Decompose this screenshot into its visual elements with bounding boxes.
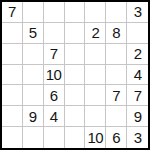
cell-r6c4[interactable] xyxy=(65,106,86,127)
clue-number: 4 xyxy=(50,109,58,124)
cell-r7c2[interactable] xyxy=(23,127,44,148)
cell-r1c3[interactable] xyxy=(44,2,65,23)
cell-r5c1[interactable] xyxy=(2,85,23,106)
cell-r3c1[interactable] xyxy=(2,44,23,65)
cell-r1c6[interactable] xyxy=(106,2,127,23)
cell-r5c2[interactable] xyxy=(23,85,44,106)
cell-r7c4[interactable] xyxy=(65,127,86,148)
cell-r7c7: 3 xyxy=(127,127,148,148)
cell-r4c2[interactable] xyxy=(23,65,44,86)
cell-r6c2: 9 xyxy=(23,106,44,127)
cell-r7c5: 10 xyxy=(85,127,106,148)
cell-r1c2[interactable] xyxy=(23,2,44,23)
cell-r3c6[interactable] xyxy=(106,44,127,65)
cell-r1c7: 3 xyxy=(127,2,148,23)
cell-r2c4[interactable] xyxy=(65,23,86,44)
cell-r2c6: 8 xyxy=(106,23,127,44)
cell-r2c1[interactable] xyxy=(2,23,23,44)
cell-r7c6: 6 xyxy=(106,127,127,148)
clue-number: 10 xyxy=(88,130,104,145)
clue-number: 7 xyxy=(50,46,58,61)
clue-number: 7 xyxy=(112,88,120,103)
cell-r3c2[interactable] xyxy=(23,44,44,65)
cell-r1c4[interactable] xyxy=(65,2,86,23)
cell-r6c7: 9 xyxy=(127,106,148,127)
puzzle-board: 73528721046779491063 xyxy=(0,0,150,150)
cell-r3c3: 7 xyxy=(44,44,65,65)
cell-r4c3: 10 xyxy=(44,65,65,86)
clue-number: 2 xyxy=(134,46,142,61)
clue-number: 7 xyxy=(134,88,142,103)
cell-r5c3: 6 xyxy=(44,85,65,106)
cell-r6c3: 4 xyxy=(44,106,65,127)
clue-number: 10 xyxy=(46,67,62,82)
cell-r2c7[interactable] xyxy=(127,23,148,44)
cell-r4c7: 4 xyxy=(127,65,148,86)
cell-r6c5[interactable] xyxy=(85,106,106,127)
cell-r4c5[interactable] xyxy=(85,65,106,86)
cell-r4c4[interactable] xyxy=(65,65,86,86)
cell-r2c5: 2 xyxy=(85,23,106,44)
cell-r3c4[interactable] xyxy=(65,44,86,65)
cell-r1c5[interactable] xyxy=(85,2,106,23)
cell-r2c3[interactable] xyxy=(44,23,65,44)
cell-r7c1[interactable] xyxy=(2,127,23,148)
cell-r3c5[interactable] xyxy=(85,44,106,65)
cell-r6c1[interactable] xyxy=(2,106,23,127)
cell-r5c6: 7 xyxy=(106,85,127,106)
cell-r4c6[interactable] xyxy=(106,65,127,86)
cell-r1c1: 7 xyxy=(2,2,23,23)
clue-number: 4 xyxy=(134,67,142,82)
clue-number: 5 xyxy=(29,25,37,40)
clue-number: 6 xyxy=(112,130,120,145)
clue-number: 9 xyxy=(29,109,37,124)
cell-r5c7: 7 xyxy=(127,85,148,106)
cell-r6c6[interactable] xyxy=(106,106,127,127)
cell-r7c3[interactable] xyxy=(44,127,65,148)
cell-r5c4[interactable] xyxy=(65,85,86,106)
clue-number: 6 xyxy=(50,88,58,103)
cell-r5c5[interactable] xyxy=(85,85,106,106)
cell-r4c1[interactable] xyxy=(2,65,23,86)
clue-number: 7 xyxy=(8,4,16,19)
cell-r2c2: 5 xyxy=(23,23,44,44)
clue-number: 8 xyxy=(112,25,120,40)
clue-number: 3 xyxy=(134,4,142,19)
clue-number: 3 xyxy=(134,130,142,145)
cell-r3c7: 2 xyxy=(127,44,148,65)
clue-number: 9 xyxy=(134,109,142,124)
clue-number: 2 xyxy=(91,25,99,40)
